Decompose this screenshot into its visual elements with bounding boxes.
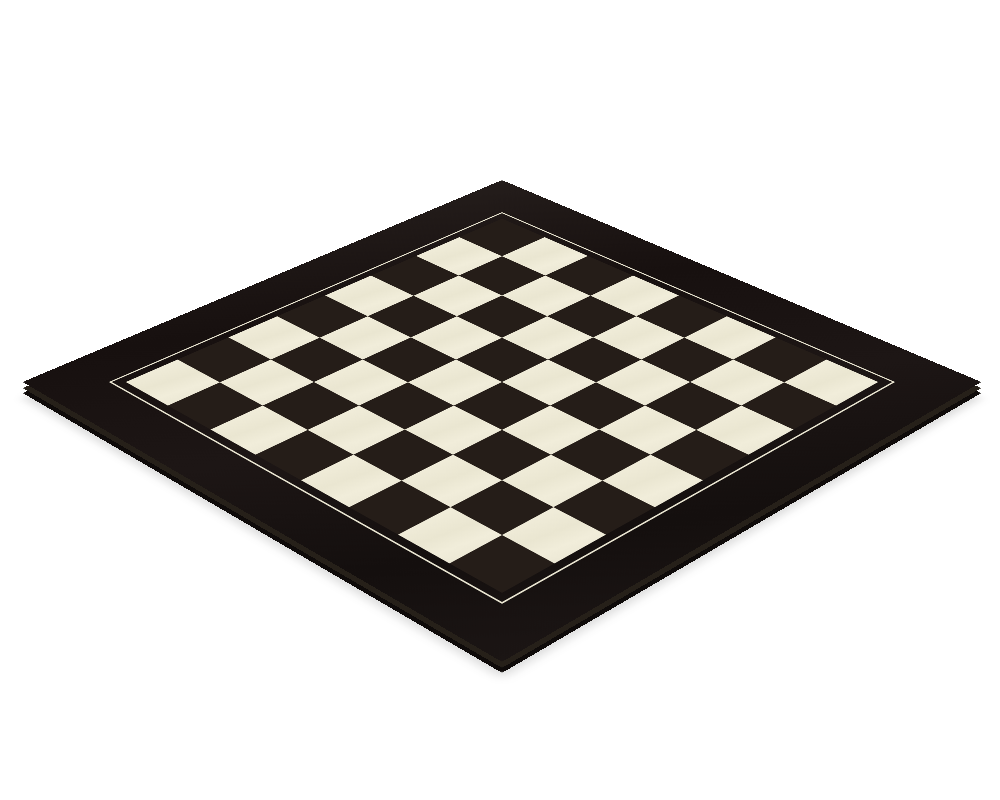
chessboard — [23, 180, 982, 662]
playing-area — [126, 219, 878, 593]
photo-background — [0, 0, 1000, 800]
